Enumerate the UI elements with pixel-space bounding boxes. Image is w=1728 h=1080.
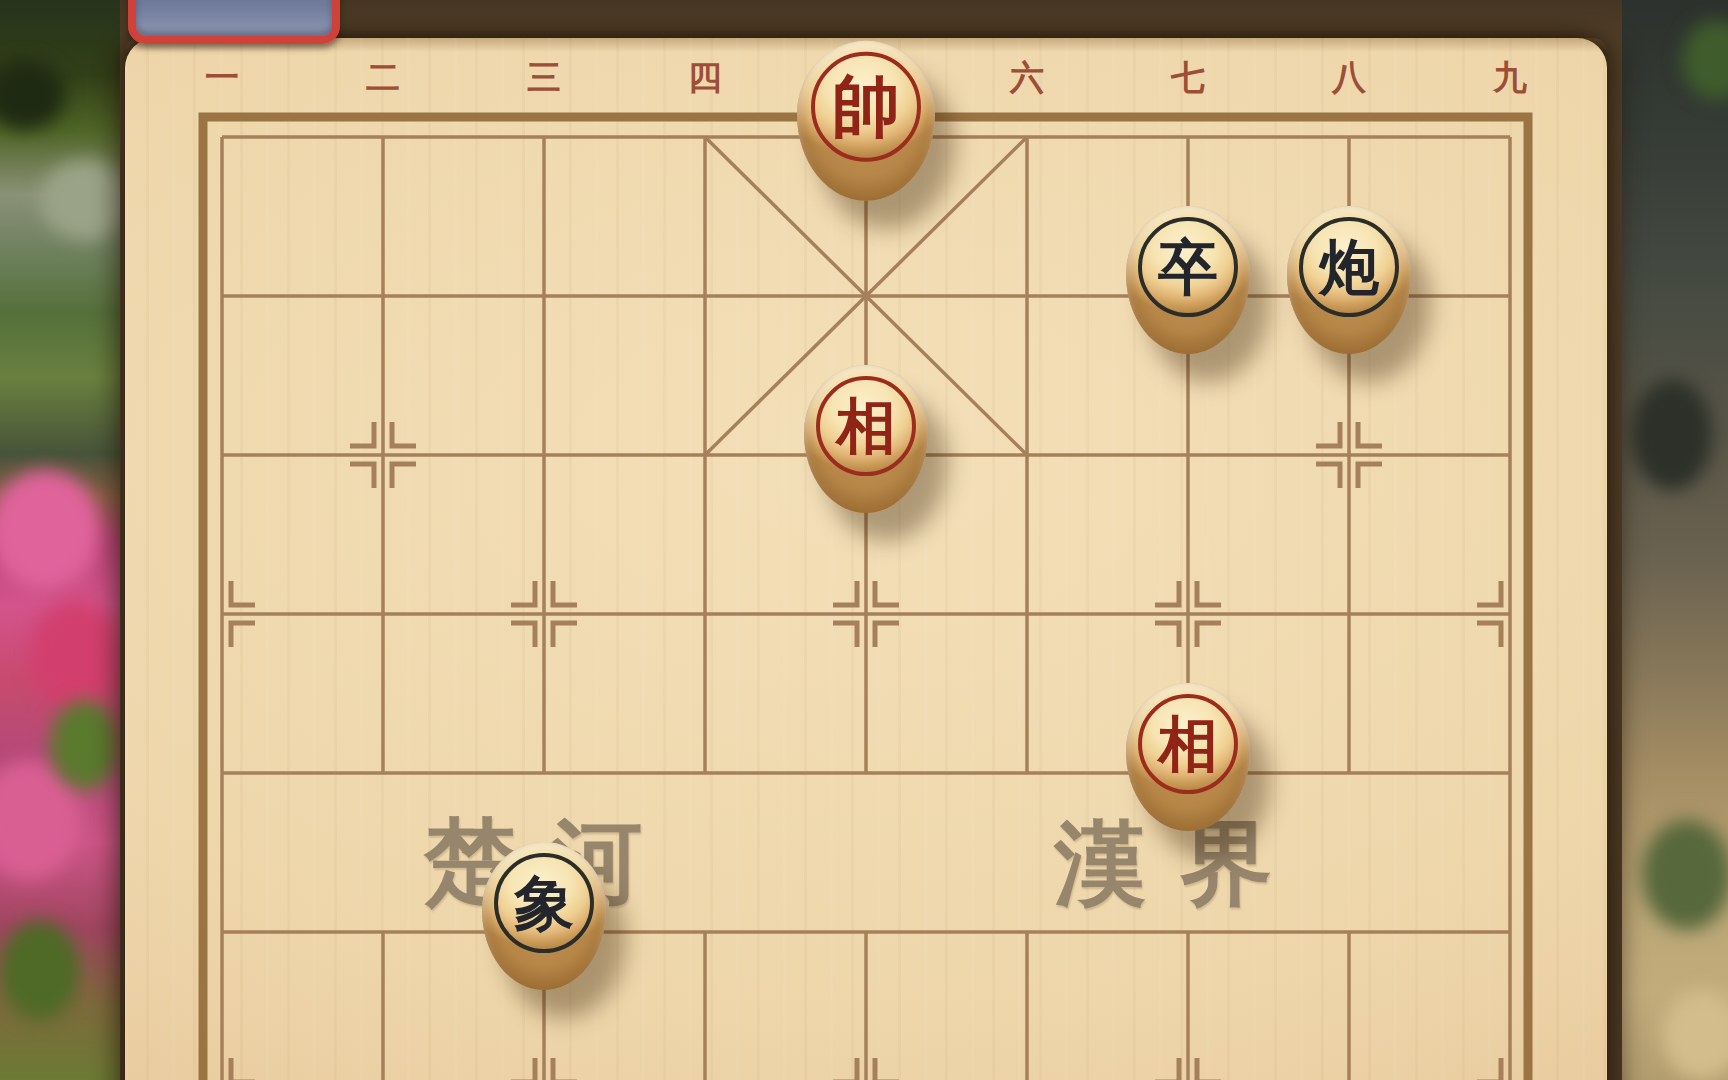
piece-character: 相 [836,396,896,456]
column-label-4: 四 [688,60,722,94]
column-label-6: 六 [1010,60,1044,94]
piece-character: 炮 [1319,237,1379,297]
column-label-9: 九 [1493,60,1527,94]
background-photo-right-rocks [1622,0,1728,1080]
piece-character: 象 [514,873,574,933]
background-photo-left-flowers [0,0,120,1080]
piece-character: 相 [1158,714,1218,774]
piece-character: 卒 [1158,237,1218,297]
xiangqi-app-screen: 一二三四五六七八九 楚河 漢界 帥卒炮相相象 [0,0,1728,1080]
column-label-8: 八 [1332,60,1366,94]
column-label-1: 一 [205,60,239,94]
column-label-2: 二 [366,60,400,94]
column-label-3: 三 [527,60,561,94]
piece-character: 帥 [832,72,900,140]
column-label-7: 七 [1171,60,1205,94]
back-button[interactable] [128,0,340,44]
